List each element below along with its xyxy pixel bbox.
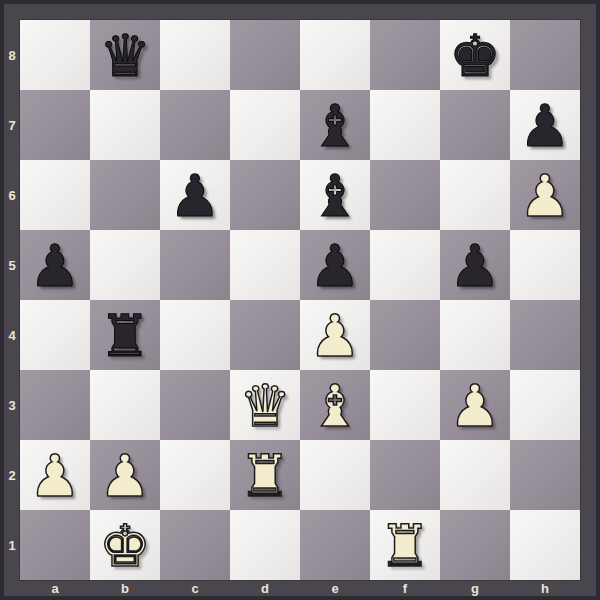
piece-black-bishop[interactable]: ♝ <box>309 161 361 231</box>
piece-black-bishop[interactable]: ♝ <box>309 91 361 161</box>
square-d1[interactable] <box>230 510 300 580</box>
file-label-h: h <box>510 580 580 596</box>
rank-label-2: 2 <box>4 440 20 510</box>
square-b7[interactable] <box>90 90 160 160</box>
square-g1[interactable] <box>440 510 510 580</box>
piece-white-rook[interactable]: ♜ <box>239 441 291 511</box>
square-f4[interactable] <box>370 300 440 370</box>
file-label-e: e <box>300 580 370 596</box>
rank-label-5: 5 <box>4 230 20 300</box>
square-g2[interactable] <box>440 440 510 510</box>
square-d5[interactable] <box>230 230 300 300</box>
square-c7[interactable] <box>160 90 230 160</box>
piece-white-pawn[interactable]: ♟ <box>29 441 81 511</box>
square-c5[interactable] <box>160 230 230 300</box>
piece-black-pawn[interactable]: ♟ <box>169 161 221 231</box>
piece-black-king[interactable]: ♚ <box>449 21 501 91</box>
square-b5[interactable] <box>90 230 160 300</box>
square-h4[interactable] <box>510 300 580 370</box>
square-b6[interactable] <box>90 160 160 230</box>
file-label-f: f <box>370 580 440 596</box>
square-d4[interactable] <box>230 300 300 370</box>
file-labels: abcdefgh <box>20 580 580 596</box>
rank-label-4: 4 <box>4 300 20 370</box>
square-h3[interactable] <box>510 370 580 440</box>
rank-label-8: 8 <box>4 20 20 90</box>
square-a8[interactable] <box>20 20 90 90</box>
file-label-c: c <box>160 580 230 596</box>
piece-white-pawn[interactable]: ♟ <box>99 441 151 511</box>
square-d2[interactable]: ♜ <box>230 440 300 510</box>
square-h7[interactable]: ♟ <box>510 90 580 160</box>
square-h2[interactable] <box>510 440 580 510</box>
square-g4[interactable] <box>440 300 510 370</box>
rank-label-1: 1 <box>4 510 20 580</box>
piece-black-pawn[interactable]: ♟ <box>449 231 501 301</box>
piece-white-pawn[interactable]: ♟ <box>309 301 361 371</box>
square-f3[interactable] <box>370 370 440 440</box>
piece-black-queen[interactable]: ♛ <box>99 21 151 91</box>
file-label-a: a <box>20 580 90 596</box>
square-f5[interactable] <box>370 230 440 300</box>
chess-board: ♛♚♝♟♟♝♟♟♟♟♜♟♛♝♟♟♟♜♚♜ <box>20 20 580 580</box>
square-a4[interactable] <box>20 300 90 370</box>
rank-label-6: 6 <box>4 160 20 230</box>
square-g8[interactable]: ♚ <box>440 20 510 90</box>
square-f8[interactable] <box>370 20 440 90</box>
square-e4[interactable]: ♟ <box>300 300 370 370</box>
square-f2[interactable] <box>370 440 440 510</box>
square-g3[interactable]: ♟ <box>440 370 510 440</box>
square-e8[interactable] <box>300 20 370 90</box>
square-b3[interactable] <box>90 370 160 440</box>
piece-black-rook[interactable]: ♜ <box>99 301 151 371</box>
square-a7[interactable] <box>20 90 90 160</box>
square-c3[interactable] <box>160 370 230 440</box>
square-b1[interactable]: ♚ <box>90 510 160 580</box>
square-e1[interactable] <box>300 510 370 580</box>
square-f6[interactable] <box>370 160 440 230</box>
square-c2[interactable] <box>160 440 230 510</box>
square-d6[interactable] <box>230 160 300 230</box>
square-c8[interactable] <box>160 20 230 90</box>
square-d3[interactable]: ♛ <box>230 370 300 440</box>
square-c4[interactable] <box>160 300 230 370</box>
square-d7[interactable] <box>230 90 300 160</box>
square-c1[interactable] <box>160 510 230 580</box>
square-e7[interactable]: ♝ <box>300 90 370 160</box>
file-label-d: d <box>230 580 300 596</box>
square-g6[interactable] <box>440 160 510 230</box>
piece-white-rook[interactable]: ♜ <box>379 511 431 581</box>
square-e6[interactable]: ♝ <box>300 160 370 230</box>
square-a5[interactable]: ♟ <box>20 230 90 300</box>
square-b8[interactable]: ♛ <box>90 20 160 90</box>
square-b2[interactable]: ♟ <box>90 440 160 510</box>
chess-board-frame: 87654321 ♛♚♝♟♟♝♟♟♟♟♜♟♛♝♟♟♟♜♚♜ abcdefgh <box>0 0 600 600</box>
square-b4[interactable]: ♜ <box>90 300 160 370</box>
square-f1[interactable]: ♜ <box>370 510 440 580</box>
piece-white-bishop[interactable]: ♝ <box>309 371 361 441</box>
rank-label-7: 7 <box>4 90 20 160</box>
square-a3[interactable] <box>20 370 90 440</box>
square-a6[interactable] <box>20 160 90 230</box>
square-h5[interactable] <box>510 230 580 300</box>
piece-white-pawn[interactable]: ♟ <box>519 161 571 231</box>
square-d8[interactable] <box>230 20 300 90</box>
piece-black-pawn[interactable]: ♟ <box>309 231 361 301</box>
square-e5[interactable]: ♟ <box>300 230 370 300</box>
piece-white-queen[interactable]: ♛ <box>239 371 291 441</box>
piece-black-pawn[interactable]: ♟ <box>519 91 571 161</box>
square-f7[interactable] <box>370 90 440 160</box>
rank-label-3: 3 <box>4 370 20 440</box>
file-label-b: b <box>90 580 160 596</box>
piece-white-pawn[interactable]: ♟ <box>449 371 501 441</box>
square-a2[interactable]: ♟ <box>20 440 90 510</box>
square-g5[interactable]: ♟ <box>440 230 510 300</box>
square-e3[interactable]: ♝ <box>300 370 370 440</box>
piece-black-pawn[interactable]: ♟ <box>29 231 81 301</box>
square-h6[interactable]: ♟ <box>510 160 580 230</box>
square-h1[interactable] <box>510 510 580 580</box>
square-e2[interactable] <box>300 440 370 510</box>
file-label-g: g <box>440 580 510 596</box>
rank-labels: 87654321 <box>4 20 20 580</box>
square-a1[interactable] <box>20 510 90 580</box>
square-h8[interactable] <box>510 20 580 90</box>
square-c6[interactable]: ♟ <box>160 160 230 230</box>
piece-white-king[interactable]: ♚ <box>99 511 151 581</box>
square-g7[interactable] <box>440 90 510 160</box>
